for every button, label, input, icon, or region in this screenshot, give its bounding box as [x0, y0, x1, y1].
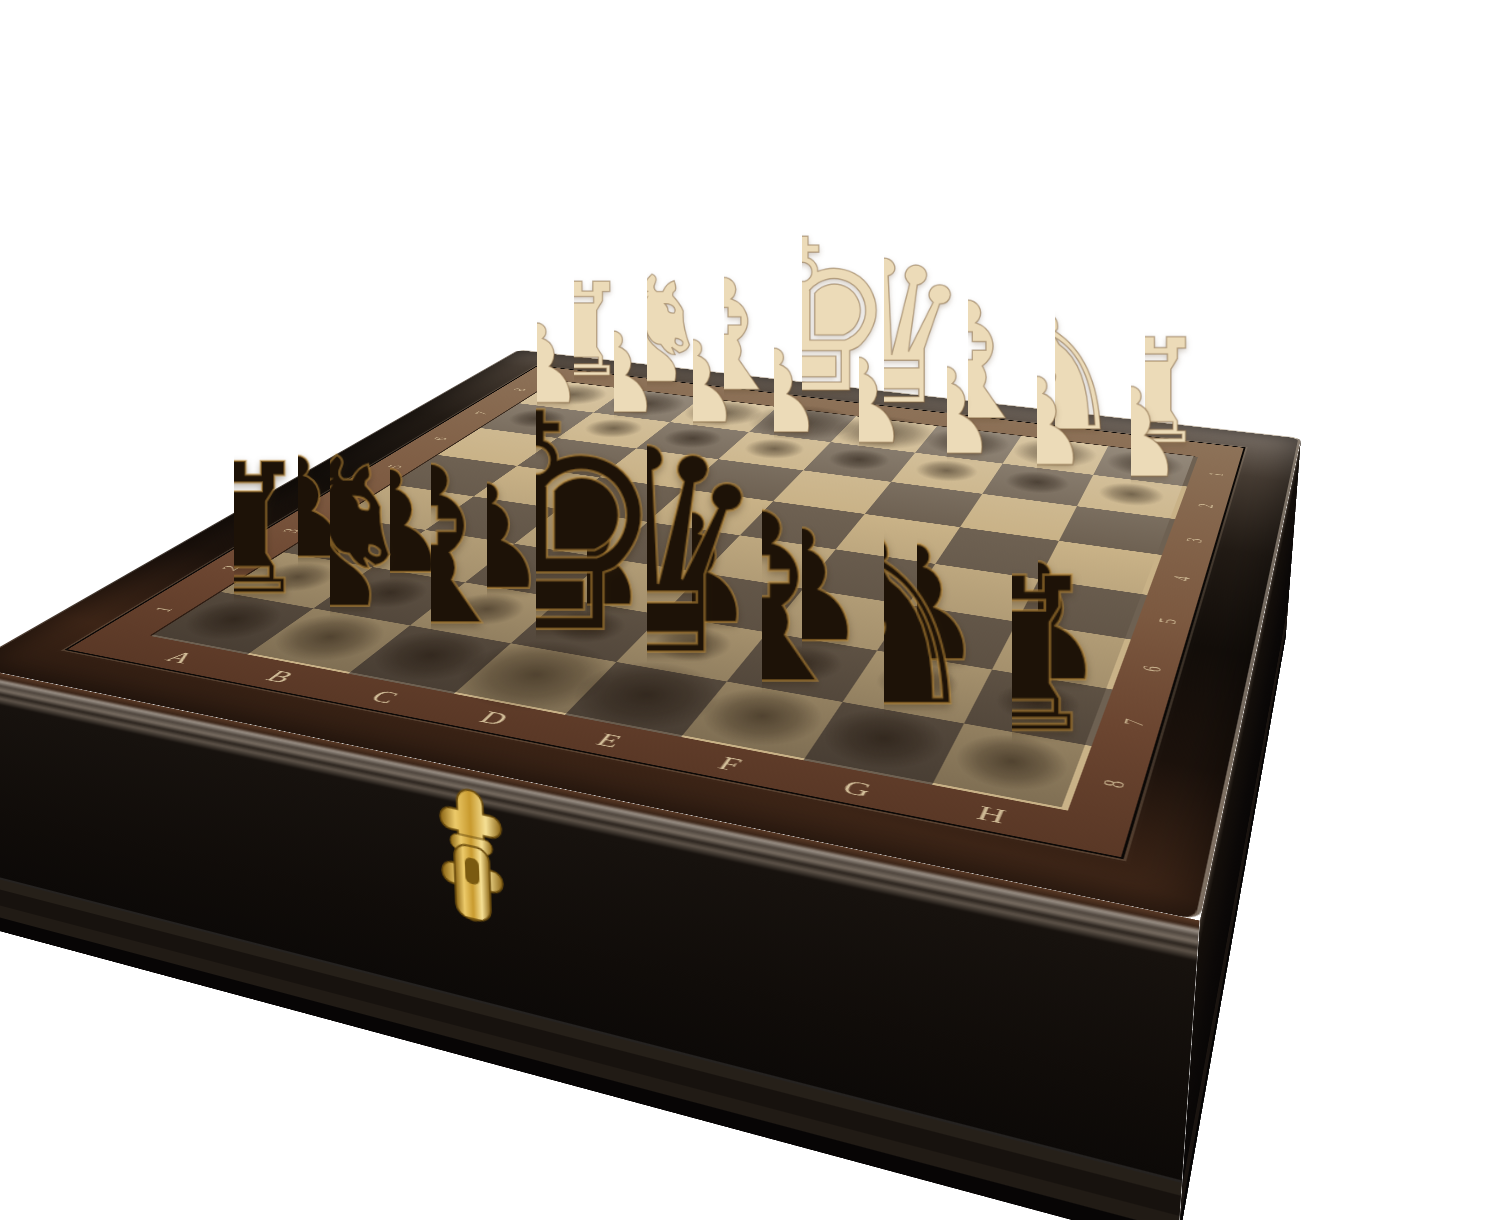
- chess-box: ABCDEFGH 87654321 12345678 ♜♞♝♚♛♝♞♜♟♟♟♟♟…: [0, 350, 1301, 921]
- rank-label-right-1: 1: [1205, 471, 1228, 477]
- brass-latch-icon: [431, 778, 513, 942]
- rank-label-right-2: 2: [1194, 502, 1218, 508]
- chess-set-scene: ABCDEFGH 87654321 12345678 ♜♞♝♚♛♝♞♜♟♟♟♟♟…: [0, 0, 1500, 1220]
- box-base-molding: [0, 874, 1182, 1220]
